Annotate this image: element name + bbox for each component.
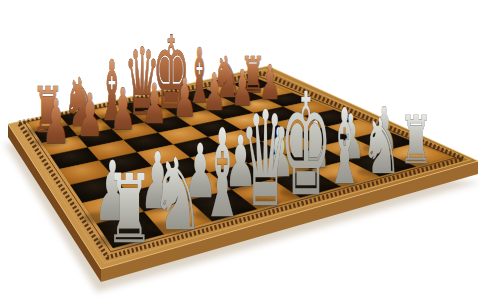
chess-set-product-photo: ♜♞♝♚♛♝♞♜♟♟♟♟♟♟♟♟♟♟♟♟♟♟♟♟♜♞♝♚♛♝♞♜ [0, 0, 480, 303]
piece-copper-p-e7: ♟ [173, 67, 197, 129]
piece-silver-q-d1: ♛ [240, 83, 291, 236]
piece-copper-p-b7: ♟ [77, 82, 104, 150]
piece-copper-p-a7: ♟ [42, 86, 70, 157]
piece-copper-p-d7: ♟ [142, 72, 167, 135]
piece-silver-r-h1: ♜ [400, 102, 433, 180]
piece-silver-r-a1: ♜ [105, 153, 153, 264]
piece-silver-n-b1: ♞ [151, 136, 204, 252]
chessboard-perspective-render: ♜♞♝♚♛♝♞♜♟♟♟♟♟♟♟♟♟♟♟♟♟♟♟♟♜♞♝♚♛♝♞♜ [0, 0, 480, 303]
piece-copper-p-c7: ♟ [110, 76, 136, 143]
piece-silver-b-c1: ♝ [202, 104, 244, 245]
piece-silver-n-g1: ♞ [361, 102, 402, 191]
